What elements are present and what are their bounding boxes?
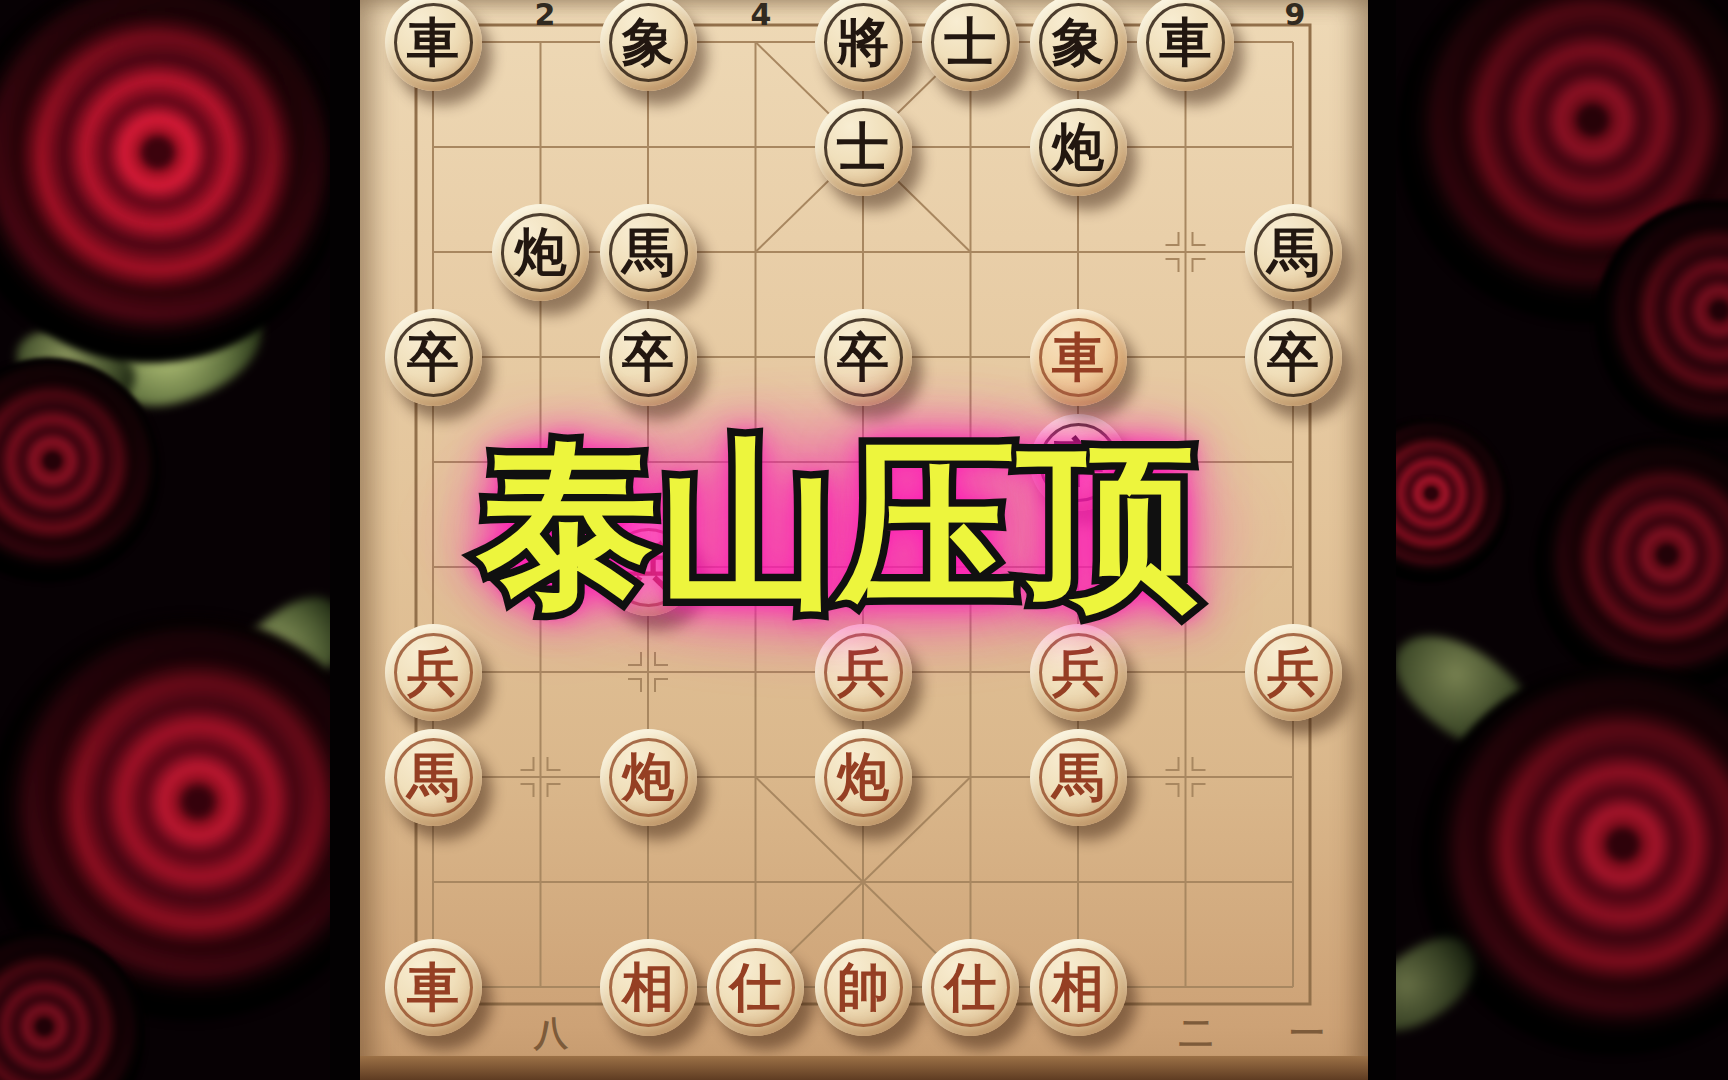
piece-character: 炮 — [492, 204, 589, 301]
piece-black-ju[interactable]: 車 — [385, 0, 482, 91]
piece-red-ju[interactable]: 車 — [1030, 309, 1127, 406]
piece-character: 兵 — [815, 624, 912, 721]
piece-character: 相 — [1030, 939, 1127, 1036]
piece-character: 兵 — [1245, 624, 1342, 721]
piece-red-bing[interactable]: 兵 — [1030, 624, 1127, 721]
piece-red-xiang[interactable]: 相 — [1030, 939, 1127, 1036]
piece-character: 炮 — [815, 729, 912, 826]
file-label-bottom: 一 — [1290, 1011, 1324, 1057]
piece-character: 卒 — [385, 309, 482, 406]
piece-black-xiang[interactable]: 象 — [1030, 0, 1127, 91]
piece-character: 卒 — [1030, 414, 1127, 511]
piece-red-ma[interactable]: 馬 — [385, 729, 482, 826]
piece-red-shuai[interactable]: 帥 — [815, 939, 912, 1036]
piece-character: 將 — [815, 0, 912, 91]
piece-red-pao[interactable]: 炮 — [600, 729, 697, 826]
piece-black-ma[interactable]: 馬 — [600, 204, 697, 301]
piece-character: 帥 — [815, 939, 912, 1036]
rose-background-right — [1396, 0, 1728, 1080]
piece-character: 卒 — [815, 309, 912, 406]
piece-red-bing[interactable]: 兵 — [385, 624, 482, 721]
piece-character: 仕 — [922, 939, 1019, 1036]
piece-black-shi[interactable]: 士 — [922, 0, 1019, 91]
piece-black-zu[interactable]: 卒 — [1245, 309, 1342, 406]
piece-red-shi[interactable]: 仕 — [922, 939, 1019, 1036]
piece-character: 馬 — [1030, 729, 1127, 826]
piece-red-pao[interactable]: 炮 — [815, 729, 912, 826]
piece-red-ju[interactable]: 車 — [385, 939, 482, 1036]
piece-character: 車 — [385, 939, 482, 1036]
piece-red-ma[interactable]: 馬 — [1030, 729, 1127, 826]
piece-character: 馬 — [1245, 204, 1342, 301]
black-strip-right — [1366, 0, 1396, 1080]
piece-character: 士 — [815, 99, 912, 196]
screenshot-stage: 249八二一車象將士象車士炮炮馬馬卒卒卒卒卒車兵兵兵兵兵馬炮炮馬車相仕帥仕相 泰… — [0, 0, 1728, 1080]
piece-character: 馬 — [600, 204, 697, 301]
piece-character: 卒 — [600, 309, 697, 406]
piece-character: 車 — [1137, 0, 1234, 91]
piece-black-xiang[interactable]: 象 — [600, 0, 697, 91]
file-label-top: 2 — [535, 0, 556, 32]
piece-character: 象 — [1030, 0, 1127, 91]
file-label-top: 4 — [751, 0, 772, 32]
piece-black-shi[interactable]: 士 — [815, 99, 912, 196]
piece-character: 馬 — [385, 729, 482, 826]
piece-black-pao[interactable]: 炮 — [1030, 99, 1127, 196]
file-label-bottom: 八 — [534, 1011, 568, 1057]
piece-black-zu[interactable]: 卒 — [1030, 414, 1127, 511]
piece-character: 卒 — [1245, 309, 1342, 406]
piece-red-xiang[interactable]: 相 — [600, 939, 697, 1036]
rose-image — [1535, 438, 1728, 693]
piece-character: 車 — [385, 0, 482, 91]
piece-red-bing[interactable]: 兵 — [1245, 624, 1342, 721]
piece-character: 兵 — [385, 624, 482, 721]
rose-background-left — [0, 0, 332, 1080]
piece-black-ma[interactable]: 馬 — [1245, 204, 1342, 301]
piece-character: 車 — [1030, 309, 1127, 406]
piece-black-zu[interactable]: 卒 — [600, 309, 697, 406]
piece-red-bing[interactable]: 兵 — [815, 624, 912, 721]
piece-character: 炮 — [1030, 99, 1127, 196]
piece-black-jiang[interactable]: 將 — [815, 0, 912, 91]
piece-character: 相 — [600, 939, 697, 1036]
piece-character: 象 — [600, 0, 697, 91]
piece-black-zu[interactable]: 卒 — [385, 309, 482, 406]
piece-red-shi[interactable]: 仕 — [707, 939, 804, 1036]
black-strip-left — [330, 0, 360, 1080]
file-label-top: 9 — [1285, 0, 1306, 32]
piece-character: 仕 — [707, 939, 804, 1036]
rose-image — [0, 0, 332, 363]
rose-image — [1396, 418, 1511, 583]
piece-black-zu[interactable]: 卒 — [815, 309, 912, 406]
file-label-bottom: 二 — [1179, 1011, 1213, 1057]
piece-character: 兵 — [1030, 624, 1127, 721]
piece-character: 炮 — [600, 729, 697, 826]
xiangqi-board[interactable]: 249八二一車象將士象車士炮炮馬馬卒卒卒卒卒車兵兵兵兵兵馬炮炮馬車相仕帥仕相 — [360, 0, 1368, 1080]
piece-black-ju[interactable]: 車 — [1137, 0, 1234, 91]
piece-character: 士 — [922, 0, 1019, 91]
piece-red-bing[interactable]: 兵 — [600, 519, 697, 616]
piece-black-pao[interactable]: 炮 — [492, 204, 589, 301]
piece-character: 兵 — [600, 519, 697, 616]
